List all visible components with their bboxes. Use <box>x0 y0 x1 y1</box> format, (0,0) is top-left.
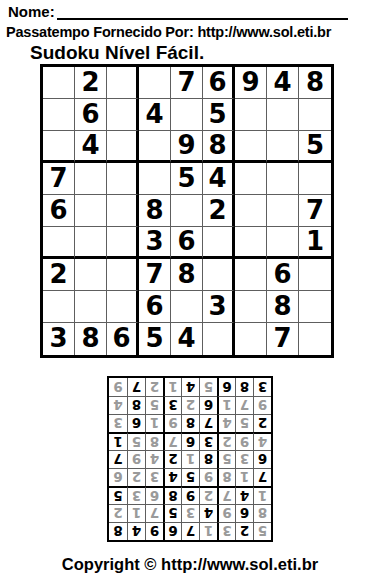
solution-cell-r6c5: 6 <box>181 432 199 450</box>
puzzle-cell-r6c1[interactable] <box>43 227 75 259</box>
puzzle-cell-r1c4[interactable] <box>139 67 171 99</box>
solution-cell-r1c9: 8 <box>109 522 127 540</box>
solution-cell-r7c2: 5 <box>235 414 253 432</box>
solution-cell-r2c9: 2 <box>109 504 127 522</box>
solution-cell-r3c7: 6 <box>145 486 163 504</box>
puzzle-cell-r8c3[interactable] <box>107 291 139 323</box>
puzzle-cell-r9c7[interactable] <box>235 323 267 355</box>
puzzle-cell-r4c9[interactable] <box>299 163 331 195</box>
puzzle-cell-r4c4[interactable] <box>139 163 171 195</box>
puzzle-cell-r8c5[interactable] <box>171 291 203 323</box>
puzzle-cell-r8c8: 8 <box>267 291 299 323</box>
puzzle-cell-r8c6: 3 <box>203 291 235 323</box>
solution-cell-r8c4: 6 <box>199 396 217 414</box>
solution-cell-r3c5: 9 <box>181 486 199 504</box>
solution-cell-r2c1: 8 <box>253 504 271 522</box>
puzzle-cell-r6c8[interactable] <box>267 227 299 259</box>
solution-cell-r5c5: 1 <box>181 450 199 468</box>
copyright: Copyright © http://www.sol.eti.br <box>0 555 380 574</box>
puzzle-cell-r7c2[interactable] <box>75 259 107 291</box>
solution-cell-r1c7: 9 <box>145 522 163 540</box>
puzzle-cell-r3c9: 5 <box>299 131 331 163</box>
solution-cell-r9c4: 5 <box>199 378 217 396</box>
solution-cell-r6c3: 2 <box>217 432 235 450</box>
puzzle-cell-r7c6[interactable] <box>203 259 235 291</box>
puzzle-cell-r7c8: 6 <box>267 259 299 291</box>
solution-cell-r1c5: 7 <box>181 522 199 540</box>
puzzle-cell-r1c9: 8 <box>299 67 331 99</box>
solution-cell-r1c2: 2 <box>235 522 253 540</box>
puzzle-cell-r3c6: 8 <box>203 131 235 163</box>
puzzle-cell-r2c1[interactable] <box>43 99 75 131</box>
puzzle-cell-r2c7[interactable] <box>235 99 267 131</box>
puzzle-cell-r4c6: 4 <box>203 163 235 195</box>
puzzle-cell-r9c8: 7 <box>267 323 299 355</box>
puzzle-cell-r3c1[interactable] <box>43 131 75 163</box>
sudoku-board: 276948645498575468273612786638386547 <box>40 64 334 358</box>
solution-cell-r4c4: 9 <box>199 468 217 486</box>
puzzle-cell-r2c6: 5 <box>203 99 235 131</box>
solution-cell-r9c5: 4 <box>181 378 199 396</box>
solution-cell-r8c7: 5 <box>145 396 163 414</box>
puzzle-cell-r3c7[interactable] <box>235 131 267 163</box>
puzzle-cell-r8c1[interactable] <box>43 291 75 323</box>
puzzle-cell-r2c8[interactable] <box>267 99 299 131</box>
solution-cell-r5c1: 6 <box>253 450 271 468</box>
solution-cell-r9c1: 3 <box>253 378 271 396</box>
puzzle-cell-r2c5[interactable] <box>171 99 203 131</box>
puzzle-cell-r8c4: 6 <box>139 291 171 323</box>
puzzle-cell-r7c5: 8 <box>171 259 203 291</box>
solution-cell-r7c8: 6 <box>127 414 145 432</box>
solution-cell-r1c1: 5 <box>253 522 271 540</box>
puzzle-cell-r1c8: 4 <box>267 67 299 99</box>
puzzle-cell-r1c3[interactable] <box>107 67 139 99</box>
puzzle-cell-r5c4: 8 <box>139 195 171 227</box>
puzzle-cell-r7c9[interactable] <box>299 259 331 291</box>
solution-cell-r5c8: 9 <box>127 450 145 468</box>
provider-line: Passatempo Fornecido Por: http://www.sol… <box>6 24 331 40</box>
solution-cell-r8c9: 4 <box>109 396 127 414</box>
solution-cell-r7c1: 2 <box>253 414 271 432</box>
puzzle-cell-r2c3[interactable] <box>107 99 139 131</box>
solution-cell-r2c8: 1 <box>127 504 145 522</box>
solution-cell-r3c9: 5 <box>109 486 127 504</box>
solution-cell-r3c1: 1 <box>253 486 271 504</box>
puzzle-cell-r7c4: 7 <box>139 259 171 291</box>
solution-cell-r4c1: 7 <box>253 468 271 486</box>
solution-cell-r7c9: 3 <box>109 414 127 432</box>
solution-cell-r1c6: 6 <box>163 522 181 540</box>
solution-cell-r4c9: 6 <box>109 468 127 486</box>
puzzle-cell-r8c2[interactable] <box>75 291 107 323</box>
solution-cell-r3c3: 7 <box>217 486 235 504</box>
solution-cell-r6c4: 3 <box>199 432 217 450</box>
solution-cell-r3c4: 2 <box>199 486 217 504</box>
solution-cell-r9c8: 7 <box>127 378 145 396</box>
solution-cell-r8c1: 9 <box>253 396 271 414</box>
solution-cell-r4c2: 1 <box>235 468 253 486</box>
solution-cell-r7c4: 7 <box>199 414 217 432</box>
solution-cell-r5c2: 3 <box>235 450 253 468</box>
name-fill-line <box>57 5 348 20</box>
puzzle-cell-r7c7[interactable] <box>235 259 267 291</box>
puzzle-cell-r9c1: 3 <box>43 323 75 355</box>
puzzle-cell-r2c9[interactable] <box>299 99 331 131</box>
solution-cell-r4c5: 5 <box>181 468 199 486</box>
puzzle-cell-r5c9: 7 <box>299 195 331 227</box>
puzzle-cell-r1c1[interactable] <box>43 67 75 99</box>
solution-cell-r2c2: 6 <box>235 504 253 522</box>
puzzle-cell-r7c3[interactable] <box>107 259 139 291</box>
solution-cell-r8c5: 2 <box>181 396 199 414</box>
puzzle-cell-r4c3[interactable] <box>107 163 139 195</box>
solution-cell-r7c6: 9 <box>163 414 181 432</box>
puzzle-cell-r4c5: 5 <box>171 163 203 195</box>
puzzle-cell-r8c9[interactable] <box>299 291 331 323</box>
puzzle-cell-r3c3[interactable] <box>107 131 139 163</box>
solution-cell-r6c2: 9 <box>235 432 253 450</box>
solution-cell-r5c7: 4 <box>145 450 163 468</box>
solution-cell-r6c6: 7 <box>163 432 181 450</box>
puzzle-cell-r3c2: 4 <box>75 131 107 163</box>
puzzle-cell-r5c7[interactable] <box>235 195 267 227</box>
solution-cell-r9c7: 2 <box>145 378 163 396</box>
puzzle-cell-r9c4: 5 <box>139 323 171 355</box>
puzzle-cell-r3c4[interactable] <box>139 131 171 163</box>
solution-cell-r8c2: 7 <box>235 396 253 414</box>
solution-cell-r6c8: 5 <box>127 432 145 450</box>
puzzle-cell-r6c5: 6 <box>171 227 203 259</box>
puzzle-cell-r6c4: 3 <box>139 227 171 259</box>
solution-cell-r9c3: 6 <box>217 378 235 396</box>
solution-cell-r1c3: 3 <box>217 522 235 540</box>
puzzle-cell-r3c5: 9 <box>171 131 203 163</box>
solution-cell-r5c4: 8 <box>199 450 217 468</box>
solution-cell-r8c6: 3 <box>163 396 181 414</box>
solution-cell-r6c7: 8 <box>145 432 163 450</box>
solution-cell-r5c3: 5 <box>217 450 235 468</box>
puzzle-cell-r5c5[interactable] <box>171 195 203 227</box>
puzzle-cell-r1c7: 9 <box>235 67 267 99</box>
solution-cell-r4c8: 2 <box>127 468 145 486</box>
solution-cell-r3c6: 8 <box>163 486 181 504</box>
puzzle-cell-r9c3: 6 <box>107 323 139 355</box>
puzzle-cell-r6c6[interactable] <box>203 227 235 259</box>
solution-cell-r9c6: 1 <box>163 378 181 396</box>
puzzle-cell-r4c1: 7 <box>43 163 75 195</box>
puzzle-cell-r9c9[interactable] <box>299 323 331 355</box>
puzzle-cell-r6c9: 1 <box>299 227 331 259</box>
puzzle-cell-r5c8[interactable] <box>267 195 299 227</box>
solution-cell-r1c4: 1 <box>199 522 217 540</box>
solution-cell-r2c4: 4 <box>199 504 217 522</box>
puzzle-cell-r6c3[interactable] <box>107 227 139 259</box>
puzzle-cell-r1c2: 2 <box>75 67 107 99</box>
puzzle-cell-r4c8[interactable] <box>267 163 299 195</box>
solution-cell-r2c6: 5 <box>163 504 181 522</box>
solution-cell-r1c8: 4 <box>127 522 145 540</box>
puzzle-cell-r1c6: 6 <box>203 67 235 99</box>
puzzle-cell-r5c3[interactable] <box>107 195 139 227</box>
solution-cell-r8c8: 8 <box>127 396 145 414</box>
solution-cell-r3c8: 3 <box>127 486 145 504</box>
solution-cell-r2c5: 3 <box>181 504 199 522</box>
solution-cell-r2c7: 7 <box>145 504 163 522</box>
puzzle-cell-r5c6: 2 <box>203 195 235 227</box>
solution-cell-r6c1: 4 <box>253 432 271 450</box>
solution-cell-r4c7: 3 <box>145 468 163 486</box>
puzzle-cell-r2c4: 4 <box>139 99 171 131</box>
solution-cell-r9c2: 8 <box>235 378 253 396</box>
solution-cell-r7c7: 1 <box>145 414 163 432</box>
puzzle-cell-r4c2[interactable] <box>75 163 107 195</box>
solution-cell-r3c2: 4 <box>235 486 253 504</box>
solution-cell-r6c9: 1 <box>109 432 127 450</box>
puzzle-cell-r3c8[interactable] <box>267 131 299 163</box>
solution-cell-r4c3: 8 <box>217 468 235 486</box>
puzzle-cell-r2c2: 6 <box>75 99 107 131</box>
puzzle-cell-r9c2: 8 <box>75 323 107 355</box>
page-title: Sudoku Nível Fácil. <box>30 42 204 64</box>
puzzle-cell-r9c6[interactable] <box>203 323 235 355</box>
solution-cell-r7c3: 4 <box>217 414 235 432</box>
puzzle-cell-r9c5: 4 <box>171 323 203 355</box>
puzzle-cell-r6c7[interactable] <box>235 227 267 259</box>
puzzle-cell-r5c2[interactable] <box>75 195 107 227</box>
solution-cell-r9c9: 9 <box>109 378 127 396</box>
puzzle-cell-r4c7[interactable] <box>235 163 267 195</box>
name-label: Nome: <box>8 3 55 20</box>
name-row: Nome: <box>8 3 348 20</box>
solution-cell-r5c6: 2 <box>163 450 181 468</box>
solution-cell-r7c5: 8 <box>181 414 199 432</box>
puzzle-cell-r1c5: 7 <box>171 67 203 99</box>
solution-cell-r5c9: 7 <box>109 450 127 468</box>
puzzle-cell-r8c7[interactable] <box>235 291 267 323</box>
solution-board-rotated-180: 5231769488694357121472986357189543266358… <box>107 376 273 542</box>
puzzle-cell-r7c1: 2 <box>43 259 75 291</box>
puzzle-cell-r6c2[interactable] <box>75 227 107 259</box>
solution-cell-r2c3: 9 <box>217 504 235 522</box>
solution-cell-r8c3: 1 <box>217 396 235 414</box>
solution-cell-r4c6: 4 <box>163 468 181 486</box>
puzzle-cell-r5c1: 6 <box>43 195 75 227</box>
